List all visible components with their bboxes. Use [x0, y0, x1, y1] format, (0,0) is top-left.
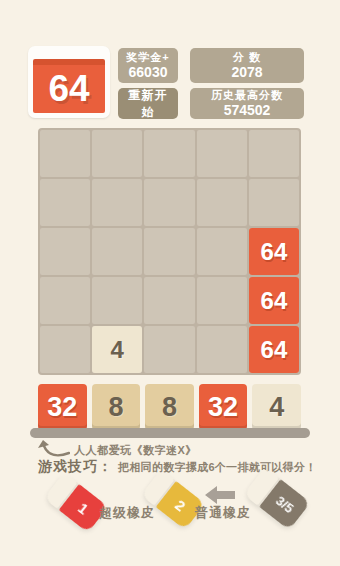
next-tile-value: 64 [33, 59, 105, 113]
tile-64: 64 [249, 228, 299, 275]
board-cell[interactable] [144, 326, 194, 373]
board-cell[interactable] [197, 277, 247, 324]
hint-row: 游戏技巧： 把相同的数字摞成6个一排就可以得分！ [38, 458, 318, 476]
tray-bar [30, 428, 310, 438]
super-eraser-count-badge: 1 [75, 499, 92, 518]
board-cell[interactable] [197, 228, 247, 275]
tile-64: 64 [249, 277, 299, 324]
scholarship-value: 66030 [129, 64, 168, 80]
tagline-row: 人人都爱玩《数字迷X》 [38, 438, 197, 458]
curved-arrow-icon [38, 440, 70, 458]
left-arrow-icon [205, 486, 235, 504]
hint-text: 把相同的数字摞成6个一排就可以得分！ [118, 460, 317, 475]
board-cell[interactable] [249, 130, 299, 177]
board-cell[interactable] [92, 130, 142, 177]
board-cell[interactable] [144, 179, 194, 226]
board-cell[interactable] [144, 228, 194, 275]
board-cell[interactable]: 64 [249, 277, 299, 324]
best-score-label: 历史最高分数 [211, 89, 283, 102]
board-cell[interactable]: 4 [92, 326, 142, 373]
score-label: 分 数 [233, 51, 261, 64]
hint-label: 游戏技巧： [38, 458, 113, 476]
board-cell[interactable] [92, 277, 142, 324]
board-cell[interactable] [144, 130, 194, 177]
board-cell[interactable] [249, 179, 299, 226]
score-value: 2078 [231, 64, 262, 80]
board-cell[interactable] [40, 179, 90, 226]
scholarship-panel: 奖学金+ 66030 [118, 48, 178, 83]
board-cell[interactable] [40, 277, 90, 324]
incoming-tile-4[interactable]: 4 [252, 384, 301, 430]
normal-eraser-label: 普通橡皮 [195, 504, 251, 522]
tile-4: 4 [92, 326, 142, 373]
best-score-panel: 历史最高分数 574502 [190, 88, 304, 119]
tile-64: 64 [249, 326, 299, 373]
incoming-tile-32[interactable]: 32 [199, 384, 248, 430]
incoming-tile-row: 3288324 [38, 384, 301, 430]
game-screen: 64 奖学金+ 66030 分 数 2078 重新开始 历史最高分数 57450… [0, 0, 340, 566]
normal-eraser-count-badge: 2 [172, 496, 189, 515]
spare-eraser-icon[interactable]: 3/5 [243, 467, 310, 530]
board-cell[interactable] [40, 228, 90, 275]
board-cell[interactable] [40, 326, 90, 373]
super-eraser-icon[interactable]: 1 [44, 472, 108, 532]
board-cell[interactable] [92, 228, 142, 275]
best-score-value: 574502 [224, 102, 271, 118]
incoming-tile-32[interactable]: 32 [38, 384, 87, 430]
super-eraser-label: 超级橡皮 [99, 504, 155, 522]
spare-eraser-count: 3/5 [273, 493, 296, 516]
scholarship-label: 奖学金+ [126, 51, 169, 64]
board-cell[interactable] [92, 179, 142, 226]
restart-label: 重新开始 [124, 87, 172, 121]
next-tile-preview: 64 [28, 46, 110, 118]
restart-button[interactable]: 重新开始 [118, 88, 178, 119]
board-cell[interactable] [197, 326, 247, 373]
board: 6464464 [38, 128, 301, 375]
incoming-tile-8[interactable]: 8 [92, 384, 141, 430]
board-cell[interactable] [197, 130, 247, 177]
board-cell[interactable] [197, 179, 247, 226]
board-cell[interactable] [40, 130, 90, 177]
board-cell[interactable] [144, 277, 194, 324]
tagline-text: 人人都爱玩《数字迷X》 [74, 443, 197, 458]
incoming-tile-8[interactable]: 8 [145, 384, 194, 430]
board-cell[interactable]: 64 [249, 228, 299, 275]
score-panel: 分 数 2078 [190, 48, 304, 83]
board-cell[interactable]: 64 [249, 326, 299, 373]
